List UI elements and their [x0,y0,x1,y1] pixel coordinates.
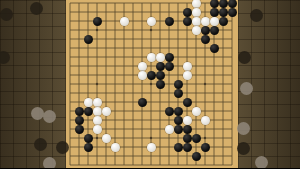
hoshi-point [96,83,98,85]
white-stone [93,125,102,134]
black-stone [84,134,93,143]
go-board[interactable] [66,0,238,168]
background-stone [250,9,263,22]
white-stone [156,53,165,62]
black-stone [183,134,192,143]
white-stone [165,125,174,134]
background-stone [255,156,268,169]
background-stone [43,110,56,123]
black-stone [174,116,183,125]
white-stone [192,17,201,26]
white-stone [183,71,192,80]
black-stone [75,107,84,116]
black-stone [84,35,93,44]
background-stone [238,51,251,64]
black-stone [156,71,165,80]
hoshi-point [150,29,152,31]
black-stone [174,107,183,116]
background-stone [56,141,69,154]
white-stone [192,26,201,35]
white-stone [192,0,201,8]
hoshi-point [96,137,98,139]
black-stone [210,0,219,8]
white-stone [138,71,147,80]
white-stone [210,17,219,26]
background-stone [237,142,250,155]
black-stone [219,17,228,26]
white-stone [93,116,102,125]
white-stone [102,134,111,143]
black-stone [156,62,165,71]
background-stone [30,2,43,15]
hoshi-point [204,137,206,139]
hoshi-point [150,137,152,139]
background-stone [240,82,253,95]
background-stone [0,8,13,21]
black-stone [183,143,192,152]
black-stone [93,17,102,26]
black-stone [228,0,237,8]
background-stone [43,157,56,169]
black-stone [201,35,210,44]
black-stone [219,8,228,17]
white-stone [84,98,93,107]
black-stone [183,17,192,26]
black-stone [84,107,93,116]
black-stone [210,8,219,17]
black-stone [147,71,156,80]
white-stone [201,116,210,125]
black-stone [75,116,84,125]
background-left-panel [0,0,66,168]
white-stone [147,143,156,152]
hoshi-point [204,83,206,85]
black-stone [174,125,183,134]
white-stone [120,17,129,26]
background-stone [0,51,10,64]
hoshi-point [96,29,98,31]
white-stone [111,143,120,152]
black-stone [210,44,219,53]
white-stone [192,107,201,116]
hoshi-point [150,83,152,85]
white-stone [201,17,210,26]
black-stone [75,125,84,134]
black-stone [174,80,183,89]
white-stone [183,116,192,125]
black-stone [183,125,192,134]
background-stone [31,107,44,120]
black-stone [201,26,210,35]
black-stone [138,98,147,107]
black-stone [228,8,237,17]
app-frame [0,0,300,168]
white-stone [147,17,156,26]
black-stone [183,98,192,107]
black-stone [165,53,174,62]
black-stone [192,152,201,161]
black-stone [192,134,201,143]
background-stone [34,138,47,151]
white-stone [192,8,201,17]
black-stone [84,143,93,152]
white-stone [93,107,102,116]
black-stone [201,143,210,152]
black-stone [165,62,174,71]
white-stone [138,62,147,71]
black-stone [183,8,192,17]
black-stone [174,89,183,98]
black-stone [210,26,219,35]
white-stone [93,98,102,107]
white-stone [183,62,192,71]
white-stone [102,107,111,116]
black-stone [219,0,228,8]
background-stone [237,122,250,135]
white-stone [147,53,156,62]
black-stone [165,17,174,26]
black-stone [174,143,183,152]
black-stone [156,80,165,89]
background-shade [0,0,66,168]
black-stone [165,107,174,116]
